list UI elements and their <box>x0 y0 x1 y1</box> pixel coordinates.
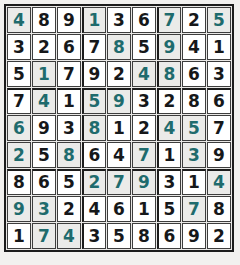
cell-r1c3[interactable]: 9 <box>57 7 81 33</box>
cell-r8c6[interactable]: 1 <box>132 196 156 222</box>
cell-r7c7[interactable]: 3 <box>157 169 181 195</box>
cell-r8c5[interactable]: 6 <box>107 196 131 222</box>
cell-r2c8[interactable]: 4 <box>182 34 206 60</box>
cell-r4c2[interactable]: 4 <box>32 88 56 114</box>
cell-r6c8[interactable]: 3 <box>182 142 206 168</box>
cell-r3c4[interactable]: 9 <box>82 61 106 87</box>
cell-r6c9[interactable]: 9 <box>207 142 231 168</box>
cell-r2c3[interactable]: 6 <box>57 34 81 60</box>
cell-r3c7[interactable]: 8 <box>157 61 181 87</box>
cell-r5c5[interactable]: 1 <box>107 115 131 141</box>
cell-r2c4[interactable]: 7 <box>82 34 106 60</box>
cell-r8c7[interactable]: 5 <box>157 196 181 222</box>
cell-r8c1[interactable]: 9 <box>7 196 31 222</box>
cell-r1c8[interactable]: 2 <box>182 7 206 33</box>
cell-r1c5[interactable]: 3 <box>107 7 131 33</box>
cell-r5c2[interactable]: 9 <box>32 115 56 141</box>
cell-r9c9[interactable]: 2 <box>207 223 231 249</box>
cell-r8c9[interactable]: 8 <box>207 196 231 222</box>
cell-r8c8[interactable]: 7 <box>182 196 206 222</box>
cell-r6c6[interactable]: 7 <box>132 142 156 168</box>
sudoku-board: 4891367253267859415179248637415932866938… <box>0 0 240 258</box>
cell-r9c1[interactable]: 1 <box>7 223 31 249</box>
cell-r3c5[interactable]: 2 <box>107 61 131 87</box>
cell-r1c9[interactable]: 5 <box>207 7 231 33</box>
cell-r4c5[interactable]: 9 <box>107 88 131 114</box>
cell-r5c8[interactable]: 5 <box>182 115 206 141</box>
cell-r9c3[interactable]: 4 <box>57 223 81 249</box>
cell-r5c3[interactable]: 3 <box>57 115 81 141</box>
cell-r2c7[interactable]: 9 <box>157 34 181 60</box>
cell-r7c3[interactable]: 5 <box>57 169 81 195</box>
cell-r9c8[interactable]: 9 <box>182 223 206 249</box>
cell-r9c5[interactable]: 5 <box>107 223 131 249</box>
cell-r3c6[interactable]: 4 <box>132 61 156 87</box>
cell-r8c2[interactable]: 3 <box>32 196 56 222</box>
cell-r4c8[interactable]: 8 <box>182 88 206 114</box>
cell-r6c4[interactable]: 6 <box>82 142 106 168</box>
cell-r8c4[interactable]: 4 <box>82 196 106 222</box>
cell-r2c9[interactable]: 1 <box>207 34 231 60</box>
cell-r4c3[interactable]: 1 <box>57 88 81 114</box>
cell-r5c4[interactable]: 8 <box>82 115 106 141</box>
cell-r3c3[interactable]: 7 <box>57 61 81 87</box>
cell-r6c2[interactable]: 5 <box>32 142 56 168</box>
cell-r7c5[interactable]: 7 <box>107 169 131 195</box>
cell-r7c6[interactable]: 9 <box>132 169 156 195</box>
cell-r3c9[interactable]: 3 <box>207 61 231 87</box>
cell-r9c6[interactable]: 8 <box>132 223 156 249</box>
cell-r6c3[interactable]: 8 <box>57 142 81 168</box>
cell-r5c1[interactable]: 6 <box>7 115 31 141</box>
cell-r7c8[interactable]: 1 <box>182 169 206 195</box>
cell-r3c2[interactable]: 1 <box>32 61 56 87</box>
cell-r6c7[interactable]: 1 <box>157 142 181 168</box>
cell-r6c1[interactable]: 2 <box>7 142 31 168</box>
cell-r9c7[interactable]: 6 <box>157 223 181 249</box>
cell-r1c2[interactable]: 8 <box>32 7 56 33</box>
cell-r4c1[interactable]: 7 <box>7 88 31 114</box>
cell-r2c6[interactable]: 5 <box>132 34 156 60</box>
cell-r8c3[interactable]: 2 <box>57 196 81 222</box>
cell-r1c6[interactable]: 6 <box>132 7 156 33</box>
cell-r2c2[interactable]: 2 <box>32 34 56 60</box>
cell-r7c2[interactable]: 6 <box>32 169 56 195</box>
cell-r4c9[interactable]: 6 <box>207 88 231 114</box>
cell-r1c7[interactable]: 7 <box>157 7 181 33</box>
cell-r5c7[interactable]: 4 <box>157 115 181 141</box>
cell-r5c6[interactable]: 2 <box>132 115 156 141</box>
cell-r4c7[interactable]: 2 <box>157 88 181 114</box>
cell-r9c4[interactable]: 3 <box>82 223 106 249</box>
cell-r7c1[interactable]: 8 <box>7 169 31 195</box>
cell-r2c1[interactable]: 3 <box>7 34 31 60</box>
cell-r1c4[interactable]: 1 <box>82 7 106 33</box>
sudoku-grid: 4891367253267859415179248637415932866938… <box>4 4 234 252</box>
cell-r6c5[interactable]: 4 <box>107 142 131 168</box>
cell-r7c9[interactable]: 4 <box>207 169 231 195</box>
cell-r3c1[interactable]: 5 <box>7 61 31 87</box>
cell-r1c1[interactable]: 4 <box>7 7 31 33</box>
cell-r4c4[interactable]: 5 <box>82 88 106 114</box>
cell-r7c4[interactable]: 2 <box>82 169 106 195</box>
cell-r4c6[interactable]: 3 <box>132 88 156 114</box>
cell-r9c2[interactable]: 7 <box>32 223 56 249</box>
cell-r3c8[interactable]: 6 <box>182 61 206 87</box>
cell-r2c5[interactable]: 8 <box>107 34 131 60</box>
cell-r5c9[interactable]: 7 <box>207 115 231 141</box>
